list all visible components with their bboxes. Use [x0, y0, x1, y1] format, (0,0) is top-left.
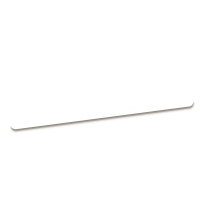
mancala-board: [5, 65, 195, 131]
photo-background: [0, 0, 200, 200]
